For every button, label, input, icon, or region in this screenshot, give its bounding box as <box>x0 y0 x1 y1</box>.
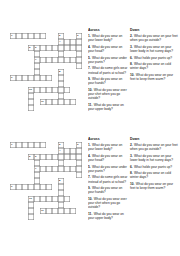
clue-item: 11. What do you wear on your upper body? <box>88 103 129 111</box>
clue-number: 11. <box>88 103 92 107</box>
clue-number: 10. <box>88 197 92 201</box>
cell-number: 8 <box>59 70 60 73</box>
clue-text: What do you wear over your shirt when yo… <box>88 88 127 100</box>
down-clues-column: Down 2. What do you wear on your feet wh… <box>130 28 178 139</box>
clue-text: What do you wear on your feet to keep th… <box>130 182 173 190</box>
clue-item: 1. What do you wear on your lower body? <box>88 34 129 42</box>
grid-cells: 1234567891011 <box>10 142 82 220</box>
clue-item: 10. What do you wear over your shirt whe… <box>88 88 129 100</box>
clue-item: 8. What do you wear on cold winter days? <box>130 171 178 179</box>
clue-item: 9. What do you wear on your hands? <box>88 186 129 194</box>
cell-number: 5 <box>29 155 30 158</box>
down-header: Down <box>130 137 178 141</box>
clue-number: 10. <box>88 88 92 92</box>
across-header: Across <box>88 28 129 32</box>
cell-number: 9 <box>11 76 12 79</box>
cell-number: 7 <box>35 58 36 61</box>
cell-number: 11 <box>41 209 44 212</box>
blocked-cell <box>76 105 82 111</box>
across-clues-column: Across 1. What do you wear on your lower… <box>88 137 129 256</box>
down-clues-column: Down 2. What do you wear on your feet wh… <box>130 137 178 248</box>
clue-text: What do you wear on cold winter days? <box>130 171 171 179</box>
cell-number: 10 <box>29 197 32 200</box>
clue-number: 10. <box>130 73 134 77</box>
clue-number: 11. <box>88 212 92 216</box>
clue-text: What do some girls wear instead of pants… <box>88 66 127 74</box>
worksheet-page: 1234567891011 Across 1. What do you wear… <box>0 0 180 256</box>
clue-item: 2. What do you wear on your feet when yo… <box>130 34 178 42</box>
clue-item: 2. What do you wear on your feet when yo… <box>130 143 178 151</box>
clue-item: 3. What do you wear on your lower body i… <box>130 45 178 53</box>
cell-number: 11 <box>41 100 44 103</box>
cell-number: 2 <box>59 143 60 146</box>
clue-text: What holds your pants up? <box>133 164 172 168</box>
cell-number: 4 <box>59 149 60 152</box>
clue-text: What do some girls wear instead of pants… <box>88 175 127 183</box>
clue-item: 4. What do you wear on your head? <box>88 45 129 53</box>
crossword-section-1: 1234567891011 Across 1. What do you wear… <box>0 28 180 148</box>
clue-item: 5. What do you wear under your pants? <box>88 55 129 63</box>
cell-number: 8 <box>59 179 60 182</box>
clue-item: 11. What do you wear on your upper body? <box>88 212 129 220</box>
clue-item: 3. What do you wear on your lower body i… <box>130 154 178 162</box>
clue-item: 10. What do you wear over your shirt whe… <box>88 197 129 209</box>
crossword-section-2: 1234567891011 Across 1. What do you wear… <box>0 137 180 256</box>
clue-text: What do you wear on your hands? <box>88 186 122 194</box>
cell-number: 5 <box>29 46 30 49</box>
clue-text: What do you wear on your head? <box>88 45 122 53</box>
cell-number: 2 <box>59 34 60 37</box>
clue-text: What do you wear on your upper body? <box>88 103 124 111</box>
cell-number: 4 <box>59 40 60 43</box>
clue-item: 10. What do you wear on your feet to kee… <box>130 73 178 81</box>
cell-number: 1 <box>11 34 12 37</box>
clue-text: What do you wear on your upper body? <box>88 212 124 220</box>
clue-text: What do you wear over your shirt when yo… <box>88 197 127 209</box>
clue-text: What do you wear on your lower body in h… <box>130 154 173 162</box>
clue-item: 9. What do you wear on your hands? <box>88 77 129 85</box>
clue-text: What do you wear on cold winter days? <box>130 62 171 70</box>
clue-item: 10. What do you wear on your feet to kee… <box>130 182 178 190</box>
clue-text: What holds your pants up? <box>133 55 172 59</box>
cell-number: 9 <box>11 185 12 188</box>
cell-number: 6 <box>35 46 36 49</box>
clue-item: 7. What do some girls wear instead of pa… <box>88 175 129 183</box>
crossword-grid: 1234567891011 <box>10 142 82 220</box>
down-clue-list: 2. What do you wear on your feet when yo… <box>130 143 178 190</box>
cell-number: 10 <box>29 88 32 91</box>
cell-number: 7 <box>35 167 36 170</box>
clue-item: 6. What holds your pants up? <box>130 164 178 168</box>
blocked-cell <box>76 214 82 220</box>
grid-cells: 1234567891011 <box>10 33 82 111</box>
across-header: Across <box>88 137 129 141</box>
clue-text: What do you wear on your feet to keep th… <box>130 73 173 81</box>
clue-item: 7. What do some girls wear instead of pa… <box>88 66 129 74</box>
clue-item: 4. What do you wear on your head? <box>88 154 129 162</box>
cell-number: 6 <box>35 155 36 158</box>
crossword-grid: 1234567891011 <box>10 33 82 111</box>
clue-item: 1. What do you wear on your lower body? <box>88 143 129 151</box>
clue-text: What do you wear on your head? <box>88 154 122 162</box>
clue-text: What do you wear on your lower body? <box>88 143 122 151</box>
clue-text: What do you wear on your feet when you g… <box>130 34 178 42</box>
clue-number: 10. <box>130 182 134 186</box>
clue-text: What do you wear under your pants? <box>88 55 127 63</box>
clue-item: 5. What do you wear under your pants? <box>88 164 129 172</box>
down-header: Down <box>130 28 178 32</box>
clue-text: What do you wear under your pants? <box>88 164 127 172</box>
across-clue-list: 1. What do you wear on your lower body?4… <box>88 143 129 220</box>
clue-text: What do you wear on your feet when you g… <box>130 143 178 151</box>
clue-text: What do you wear on your lower body? <box>88 34 122 42</box>
down-clue-list: 2. What do you wear on your feet when yo… <box>130 34 178 81</box>
cell-number: 1 <box>11 143 12 146</box>
cell-number: 3 <box>77 34 78 37</box>
clue-item: 6. What holds your pants up? <box>130 55 178 59</box>
across-clue-list: 1. What do you wear on your lower body?4… <box>88 34 129 111</box>
clue-item: 8. What do you wear on cold winter days? <box>130 62 178 70</box>
clue-text: What do you wear on your hands? <box>88 77 122 85</box>
clue-text: What do you wear on your lower body in h… <box>130 45 173 53</box>
cell-number: 3 <box>77 143 78 146</box>
